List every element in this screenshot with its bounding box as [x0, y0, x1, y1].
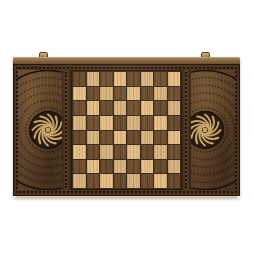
left-rosette-panel: [17, 70, 62, 190]
eternity-rosette-icon: [191, 70, 236, 190]
board-square: [100, 145, 113, 159]
board-square: [73, 101, 86, 115]
board-square: [114, 145, 127, 159]
board-square: [141, 87, 154, 101]
board-square: [87, 145, 100, 159]
board-square: [168, 72, 181, 86]
board-square: [141, 160, 154, 174]
carved-divider-right: [182, 70, 191, 190]
board-square: [168, 160, 181, 174]
board-square: [73, 116, 86, 130]
board-square: [73, 174, 86, 188]
board-square: [127, 72, 140, 86]
board-square: [114, 174, 127, 188]
board-square: [141, 72, 154, 86]
board-square: [168, 116, 181, 130]
board-square: [154, 87, 167, 101]
board-square: [73, 72, 86, 86]
right-rosette-panel: [191, 70, 236, 190]
board-square: [100, 160, 113, 174]
board-square: [100, 72, 113, 86]
case-lid: [13, 64, 240, 196]
board-square: [127, 160, 140, 174]
board-square: [127, 116, 140, 130]
board-square: [87, 174, 100, 188]
board-square: [73, 160, 86, 174]
board-square: [87, 116, 100, 130]
board-square: [141, 131, 154, 145]
board-square: [154, 174, 167, 188]
board-square: [127, 87, 140, 101]
board-square: [100, 101, 113, 115]
board-square: [168, 174, 181, 188]
board-square: [73, 131, 86, 145]
board-square: [141, 145, 154, 159]
board-square: [154, 101, 167, 115]
board-square: [87, 72, 100, 86]
board-square: [154, 116, 167, 130]
board-square: [168, 87, 181, 101]
board-square: [100, 116, 113, 130]
board-square: [154, 160, 167, 174]
board-square: [127, 145, 140, 159]
product-photo: [0, 0, 253, 253]
board-square: [73, 145, 86, 159]
board-square: [87, 160, 100, 174]
board-square: [127, 101, 140, 115]
board-square: [100, 174, 113, 188]
board-square: [87, 131, 100, 145]
chessboard: [71, 70, 182, 190]
board-square: [154, 145, 167, 159]
board-square: [114, 101, 127, 115]
board-square: [127, 131, 140, 145]
board-square: [154, 72, 167, 86]
carved-divider-left: [62, 70, 71, 190]
case-bottom-edge: [15, 196, 238, 198]
backgammon-case: [13, 57, 240, 198]
board-square: [114, 72, 127, 86]
board-square: [114, 116, 127, 130]
eternity-rosette-icon: [17, 70, 62, 190]
board-square: [141, 101, 154, 115]
board-square: [168, 145, 181, 159]
board-square: [73, 87, 86, 101]
case-top-edge: [13, 57, 240, 64]
board-square: [154, 131, 167, 145]
board-square: [114, 87, 127, 101]
board-square: [141, 116, 154, 130]
board-square: [100, 131, 113, 145]
board-square: [114, 131, 127, 145]
board-square: [168, 131, 181, 145]
board-square: [168, 101, 181, 115]
board-square: [114, 160, 127, 174]
lid-field: [17, 70, 236, 190]
board-square: [100, 87, 113, 101]
board-square: [141, 174, 154, 188]
board-square: [127, 174, 140, 188]
board-square: [87, 87, 100, 101]
board-square: [87, 101, 100, 115]
